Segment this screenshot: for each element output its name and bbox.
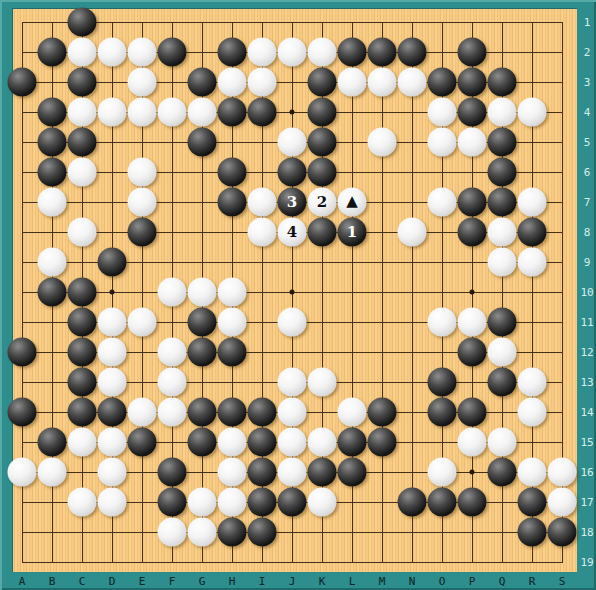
white-stone-E3[interactable]: [128, 68, 157, 97]
white-stone-L14[interactable]: [338, 398, 367, 427]
white-stone-J16[interactable]: [278, 458, 307, 487]
white-stone-C2[interactable]: [68, 38, 97, 67]
black-stone-P3[interactable]: [458, 68, 487, 97]
black-stone-O3[interactable]: [428, 68, 457, 97]
black-stone-B15[interactable]: [38, 428, 67, 457]
black-stone-J6[interactable]: [278, 158, 307, 187]
row-label-6: 6: [578, 166, 596, 179]
black-stone-I17[interactable]: [248, 488, 277, 517]
white-stone-G17[interactable]: [188, 488, 217, 517]
black-stone-N2[interactable]: [398, 38, 427, 67]
column-label-D: D: [102, 575, 122, 588]
white-stone-R16[interactable]: [518, 458, 547, 487]
column-label-A: A: [12, 575, 32, 588]
black-stone-R17[interactable]: [518, 488, 547, 517]
white-stone-E11[interactable]: [128, 308, 157, 337]
black-stone-K16[interactable]: [308, 458, 337, 487]
white-stone-K2[interactable]: [308, 38, 337, 67]
column-label-O: O: [432, 575, 452, 588]
white-stone-M5[interactable]: [368, 128, 397, 157]
black-stone-L15[interactable]: [338, 428, 367, 457]
white-stone-J15[interactable]: [278, 428, 307, 457]
row-label-17: 17: [578, 496, 596, 509]
black-stone-Q13[interactable]: [488, 368, 517, 397]
black-stone-L16[interactable]: [338, 458, 367, 487]
black-stone-B5[interactable]: [38, 128, 67, 157]
white-stone-D11[interactable]: [98, 308, 127, 337]
black-stone-O14[interactable]: [428, 398, 457, 427]
black-stone-H4[interactable]: [218, 98, 247, 127]
white-stone-G4[interactable]: [188, 98, 217, 127]
white-stone-E4[interactable]: [128, 98, 157, 127]
white-stone-J8[interactable]: 4: [278, 218, 307, 247]
white-stone-F10[interactable]: [158, 278, 187, 307]
black-stone-C14[interactable]: [68, 398, 97, 427]
black-stone-C13[interactable]: [68, 368, 97, 397]
black-stone-E8[interactable]: [128, 218, 157, 247]
white-stone-O5[interactable]: [428, 128, 457, 157]
black-stone-D9[interactable]: [98, 248, 127, 277]
white-stone-I8[interactable]: [248, 218, 277, 247]
white-stone-J13[interactable]: [278, 368, 307, 397]
white-stone-F14[interactable]: [158, 398, 187, 427]
white-stone-F12[interactable]: [158, 338, 187, 367]
white-stone-Q15[interactable]: [488, 428, 517, 457]
white-stone-O4[interactable]: [428, 98, 457, 127]
white-stone-L7[interactable]: ▲: [338, 188, 367, 217]
column-label-K: K: [312, 575, 332, 588]
white-stone-S17[interactable]: [548, 488, 577, 517]
grid-line-horizontal: [22, 562, 563, 563]
black-stone-K4[interactable]: [308, 98, 337, 127]
white-stone-C15[interactable]: [68, 428, 97, 457]
column-label-I: I: [252, 575, 272, 588]
white-stone-P5[interactable]: [458, 128, 487, 157]
white-stone-M3[interactable]: [368, 68, 397, 97]
black-stone-A3[interactable]: [8, 68, 37, 97]
black-stone-A14[interactable]: [8, 398, 37, 427]
white-stone-B9[interactable]: [38, 248, 67, 277]
black-stone-G11[interactable]: [188, 308, 217, 337]
white-stone-S16[interactable]: [548, 458, 577, 487]
white-stone-H15[interactable]: [218, 428, 247, 457]
row-label-19: 19: [578, 556, 596, 569]
black-stone-G15[interactable]: [188, 428, 217, 457]
move-number-4: 4: [287, 225, 297, 240]
black-stone-J7[interactable]: 3: [278, 188, 307, 217]
black-stone-D14[interactable]: [98, 398, 127, 427]
black-stone-R18[interactable]: [518, 518, 547, 547]
column-label-L: L: [342, 575, 362, 588]
white-stone-L3[interactable]: [338, 68, 367, 97]
black-stone-I18[interactable]: [248, 518, 277, 547]
black-stone-H7[interactable]: [218, 188, 247, 217]
black-stone-B4[interactable]: [38, 98, 67, 127]
black-stone-F16[interactable]: [158, 458, 187, 487]
black-stone-Q16[interactable]: [488, 458, 517, 487]
black-stone-N17[interactable]: [398, 488, 427, 517]
white-stone-D15[interactable]: [98, 428, 127, 457]
black-stone-P8[interactable]: [458, 218, 487, 247]
row-label-13: 13: [578, 376, 596, 389]
star-point: [290, 110, 295, 115]
white-stone-O7[interactable]: [428, 188, 457, 217]
column-label-C: C: [72, 575, 92, 588]
black-stone-Q7[interactable]: [488, 188, 517, 217]
white-stone-B7[interactable]: [38, 188, 67, 217]
white-stone-N8[interactable]: [398, 218, 427, 247]
white-stone-I3[interactable]: [248, 68, 277, 97]
white-stone-B16[interactable]: [38, 458, 67, 487]
black-stone-P17[interactable]: [458, 488, 487, 517]
grid-line-vertical: [412, 22, 413, 563]
row-label-12: 12: [578, 346, 596, 359]
black-stone-O13[interactable]: [428, 368, 457, 397]
row-label-2: 2: [578, 46, 596, 59]
white-stone-K13[interactable]: [308, 368, 337, 397]
white-stone-E2[interactable]: [128, 38, 157, 67]
white-stone-Q9[interactable]: [488, 248, 517, 277]
row-label-9: 9: [578, 256, 596, 269]
black-stone-G3[interactable]: [188, 68, 217, 97]
black-stone-M14[interactable]: [368, 398, 397, 427]
black-stone-Q11[interactable]: [488, 308, 517, 337]
white-stone-Q8[interactable]: [488, 218, 517, 247]
black-stone-K5[interactable]: [308, 128, 337, 157]
white-stone-G18[interactable]: [188, 518, 217, 547]
black-stone-J17[interactable]: [278, 488, 307, 517]
white-stone-P15[interactable]: [458, 428, 487, 457]
black-stone-C12[interactable]: [68, 338, 97, 367]
white-stone-I2[interactable]: [248, 38, 277, 67]
black-stone-R8[interactable]: [518, 218, 547, 247]
column-label-P: P: [462, 575, 482, 588]
row-label-1: 1: [578, 16, 596, 29]
white-stone-R4[interactable]: [518, 98, 547, 127]
white-stone-R7[interactable]: [518, 188, 547, 217]
black-stone-K6[interactable]: [308, 158, 337, 187]
black-stone-S18[interactable]: [548, 518, 577, 547]
column-label-R: R: [522, 575, 542, 588]
column-label-H: H: [222, 575, 242, 588]
black-stone-H6[interactable]: [218, 158, 247, 187]
star-point: [110, 290, 115, 295]
row-label-7: 7: [578, 196, 596, 209]
black-stone-G14[interactable]: [188, 398, 217, 427]
star-point: [470, 290, 475, 295]
row-label-5: 5: [578, 136, 596, 149]
white-stone-G10[interactable]: [188, 278, 217, 307]
white-stone-Q4[interactable]: [488, 98, 517, 127]
triangle-mark: ▲: [346, 194, 358, 209]
black-stone-H18[interactable]: [218, 518, 247, 547]
row-label-3: 3: [578, 76, 596, 89]
white-stone-R13[interactable]: [518, 368, 547, 397]
black-stone-K8[interactable]: [308, 218, 337, 247]
black-stone-A12[interactable]: [8, 338, 37, 367]
black-stone-C5[interactable]: [68, 128, 97, 157]
black-stone-H14[interactable]: [218, 398, 247, 427]
white-stone-C8[interactable]: [68, 218, 97, 247]
black-stone-I14[interactable]: [248, 398, 277, 427]
black-stone-C3[interactable]: [68, 68, 97, 97]
column-label-B: B: [42, 575, 62, 588]
black-stone-P14[interactable]: [458, 398, 487, 427]
black-stone-M2[interactable]: [368, 38, 397, 67]
black-stone-M15[interactable]: [368, 428, 397, 457]
black-stone-I16[interactable]: [248, 458, 277, 487]
black-stone-C11[interactable]: [68, 308, 97, 337]
white-stone-D16[interactable]: [98, 458, 127, 487]
column-label-F: F: [162, 575, 182, 588]
black-stone-C1[interactable]: [68, 8, 97, 37]
black-stone-K3[interactable]: [308, 68, 337, 97]
black-stone-G12[interactable]: [188, 338, 217, 367]
white-stone-J5[interactable]: [278, 128, 307, 157]
white-stone-J11[interactable]: [278, 308, 307, 337]
white-stone-O16[interactable]: [428, 458, 457, 487]
white-stone-K15[interactable]: [308, 428, 337, 457]
move-number-3: 3: [287, 195, 297, 210]
black-stone-L2[interactable]: [338, 38, 367, 67]
white-stone-F13[interactable]: [158, 368, 187, 397]
white-stone-C6[interactable]: [68, 158, 97, 187]
black-stone-E15[interactable]: [128, 428, 157, 457]
row-label-14: 14: [578, 406, 596, 419]
white-stone-P11[interactable]: [458, 308, 487, 337]
white-stone-H17[interactable]: [218, 488, 247, 517]
white-stone-F4[interactable]: [158, 98, 187, 127]
column-label-S: S: [552, 575, 572, 588]
white-stone-K17[interactable]: [308, 488, 337, 517]
black-stone-H12[interactable]: [218, 338, 247, 367]
white-stone-E6[interactable]: [128, 158, 157, 187]
row-label-16: 16: [578, 466, 596, 479]
white-stone-A16[interactable]: [8, 458, 37, 487]
white-stone-D13[interactable]: [98, 368, 127, 397]
black-stone-F17[interactable]: [158, 488, 187, 517]
black-stone-G5[interactable]: [188, 128, 217, 157]
white-stone-O11[interactable]: [428, 308, 457, 337]
star-point: [290, 290, 295, 295]
white-stone-F18[interactable]: [158, 518, 187, 547]
black-stone-P12[interactable]: [458, 338, 487, 367]
black-stone-P4[interactable]: [458, 98, 487, 127]
white-stone-C17[interactable]: [68, 488, 97, 517]
row-label-15: 15: [578, 436, 596, 449]
black-stone-I4[interactable]: [248, 98, 277, 127]
white-stone-I7[interactable]: [248, 188, 277, 217]
column-label-E: E: [132, 575, 152, 588]
black-stone-Q5[interactable]: [488, 128, 517, 157]
white-stone-H3[interactable]: [218, 68, 247, 97]
row-label-4: 4: [578, 106, 596, 119]
column-label-J: J: [282, 575, 302, 588]
column-label-G: G: [192, 575, 212, 588]
black-stone-B6[interactable]: [38, 158, 67, 187]
white-stone-D4[interactable]: [98, 98, 127, 127]
white-stone-D2[interactable]: [98, 38, 127, 67]
black-stone-F2[interactable]: [158, 38, 187, 67]
grid-line-horizontal: [22, 532, 563, 533]
column-label-N: N: [402, 575, 422, 588]
white-stone-D17[interactable]: [98, 488, 127, 517]
column-label-M: M: [372, 575, 392, 588]
white-stone-D12[interactable]: [98, 338, 127, 367]
white-stone-H11[interactable]: [218, 308, 247, 337]
white-stone-E14[interactable]: [128, 398, 157, 427]
black-stone-Q3[interactable]: [488, 68, 517, 97]
white-stone-N3[interactable]: [398, 68, 427, 97]
row-label-18: 18: [578, 526, 596, 539]
black-stone-P2[interactable]: [458, 38, 487, 67]
column-label-Q: Q: [492, 575, 512, 588]
grid-line-vertical: [382, 22, 383, 563]
star-point: [470, 470, 475, 475]
white-stone-J14[interactable]: [278, 398, 307, 427]
black-stone-B2[interactable]: [38, 38, 67, 67]
white-stone-H10[interactable]: [218, 278, 247, 307]
black-stone-Q6[interactable]: [488, 158, 517, 187]
black-stone-L8[interactable]: 1: [338, 218, 367, 247]
move-number-1: 1: [347, 225, 357, 240]
white-stone-J2[interactable]: [278, 38, 307, 67]
row-label-11: 11: [578, 316, 596, 329]
black-stone-P7[interactable]: [458, 188, 487, 217]
white-stone-C4[interactable]: [68, 98, 97, 127]
black-stone-I15[interactable]: [248, 428, 277, 457]
white-stone-K7[interactable]: 2: [308, 188, 337, 217]
white-stone-H16[interactable]: [218, 458, 247, 487]
black-stone-H2[interactable]: [218, 38, 247, 67]
white-stone-R9[interactable]: [518, 248, 547, 277]
move-number-2: 2: [317, 195, 327, 210]
board-frame: ABCDEFGHIJKLMNOPQRS123456789101112131415…: [0, 0, 596, 590]
white-stone-Q12[interactable]: [488, 338, 517, 367]
white-stone-E7[interactable]: [128, 188, 157, 217]
row-label-10: 10: [578, 286, 596, 299]
row-label-8: 8: [578, 226, 596, 239]
black-stone-C10[interactable]: [68, 278, 97, 307]
black-stone-O17[interactable]: [428, 488, 457, 517]
black-stone-B10[interactable]: [38, 278, 67, 307]
white-stone-R14[interactable]: [518, 398, 547, 427]
